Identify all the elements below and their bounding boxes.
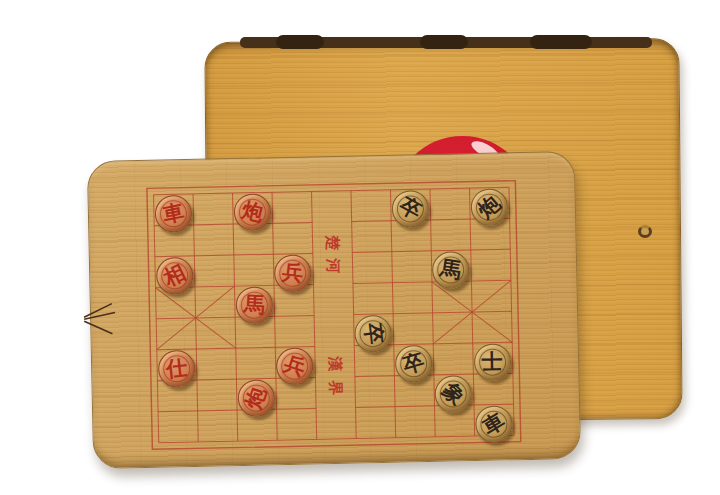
clasp-notch-icon <box>82 300 117 341</box>
piece-black-soldier[interactable]: 卒 <box>391 190 429 228</box>
piece-character: 兵 <box>279 345 311 387</box>
piece-red-elephant[interactable]: 相 <box>155 256 193 294</box>
piece-character: 炮 <box>237 191 266 232</box>
piece-character: 卒 <box>353 321 392 346</box>
river-label-han: 漢 <box>325 354 345 374</box>
piece-character: 炮 <box>235 382 277 414</box>
piece-red-cannon[interactable]: 炮 <box>233 193 271 231</box>
river-label-he: 河 <box>323 256 343 276</box>
piece-character: 卒 <box>398 343 428 384</box>
product-photo-scene: 楚 河 漢 界 車炮相兵馬仕兵炮卒炮馬卒卒士象車 <box>0 0 720 495</box>
piece-black-soldier[interactable]: 卒 <box>394 344 432 382</box>
piece-red-cannon[interactable]: 炮 <box>237 379 275 417</box>
piece-character: 仕 <box>164 349 189 388</box>
piece-black-cannon[interactable]: 炮 <box>470 188 508 226</box>
piece-black-horse[interactable]: 馬 <box>432 251 470 289</box>
xiangqi-board[interactable]: 楚 河 漢 界 車炮相兵馬仕兵炮卒炮馬卒卒士象車 <box>87 151 581 469</box>
river-label-jie: 界 <box>325 378 345 398</box>
piece-black-chariot[interactable]: 車 <box>475 405 513 443</box>
piece-red-soldier[interactable]: 兵 <box>274 254 312 292</box>
hinge-icon <box>276 35 324 49</box>
piece-red-horse[interactable]: 馬 <box>235 286 273 324</box>
hinge-icon <box>420 35 468 49</box>
river-label-chu: 楚 <box>322 233 342 253</box>
piece-black-soldier[interactable]: 卒 <box>354 314 392 352</box>
piece-black-elephant[interactable]: 象 <box>434 375 472 413</box>
piece-character: 馬 <box>242 286 265 324</box>
piece-character: 馬 <box>437 250 463 290</box>
hinge-icon <box>530 35 592 49</box>
piece-character: 車 <box>159 193 187 233</box>
piece-red-advisor[interactable]: 仕 <box>157 349 195 387</box>
lid-knot-icon <box>638 225 652 238</box>
piece-character: 士 <box>481 343 503 380</box>
piece-black-advisor[interactable]: 士 <box>473 343 511 381</box>
piece-red-soldier[interactable]: 兵 <box>276 347 314 385</box>
piece-character: 兵 <box>280 253 305 292</box>
piece-red-chariot[interactable]: 車 <box>154 194 192 232</box>
